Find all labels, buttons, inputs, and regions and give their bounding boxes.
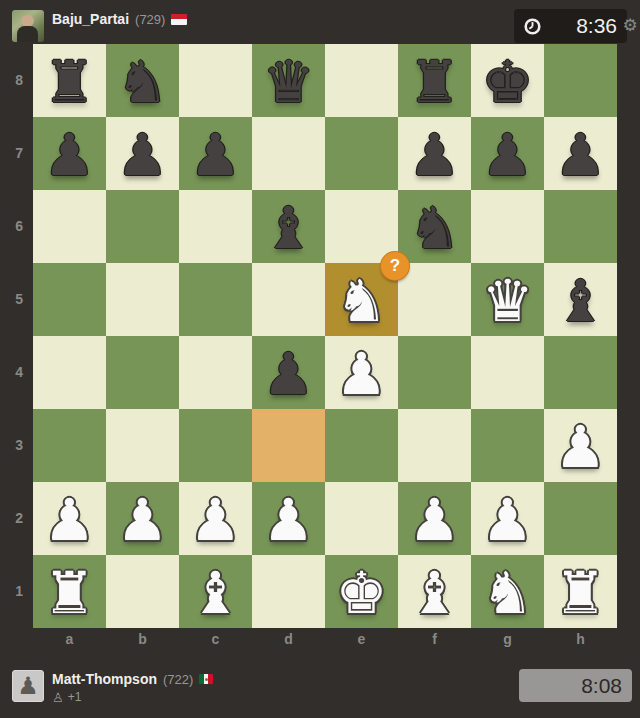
square-c3[interactable] — [179, 409, 252, 482]
indonesia-flag-icon — [171, 14, 187, 25]
piece-black-pawn[interactable]: ♟ — [398, 117, 471, 190]
rank-label-8: 8 — [0, 44, 28, 117]
top-player-bar: Baju_Partai (729) — [12, 10, 187, 42]
square-d1[interactable] — [252, 555, 325, 628]
square-a7[interactable]: ♟ — [33, 117, 106, 190]
square-f1[interactable]: ♝ — [398, 555, 471, 628]
top-player-clock: 8:36 — [514, 9, 627, 43]
square-f7[interactable]: ♟ — [398, 117, 471, 190]
piece-black-bishop[interactable]: ♝ — [252, 190, 325, 263]
file-label-c: c — [179, 629, 252, 649]
square-c5[interactable] — [179, 263, 252, 336]
square-c6[interactable] — [179, 190, 252, 263]
square-h4[interactable] — [544, 336, 617, 409]
rank-label-1: 1 — [0, 555, 28, 628]
square-a8[interactable]: ♜ — [33, 44, 106, 117]
square-g2[interactable]: ♟ — [471, 482, 544, 555]
rank-labels: 87654321 — [0, 44, 28, 628]
square-f8[interactable]: ♜ — [398, 44, 471, 117]
square-a5[interactable] — [33, 263, 106, 336]
square-d3[interactable] — [252, 409, 325, 482]
piece-white-pawn[interactable]: ♟ — [252, 482, 325, 555]
piece-white-bishop[interactable]: ♝ — [398, 555, 471, 628]
file-label-e: e — [325, 629, 398, 649]
top-clock-time: 8:36 — [541, 14, 627, 38]
piece-white-queen[interactable]: ♛ — [471, 263, 544, 336]
square-e6[interactable] — [325, 190, 398, 263]
square-b4[interactable] — [106, 336, 179, 409]
piece-black-pawn[interactable]: ♟ — [544, 117, 617, 190]
material-advantage: +1 — [68, 690, 82, 704]
file-label-a: a — [33, 629, 106, 649]
square-c7[interactable]: ♟ — [179, 117, 252, 190]
piece-white-pawn[interactable]: ♟ — [33, 482, 106, 555]
square-h1[interactable]: ♜ — [544, 555, 617, 628]
square-e3[interactable] — [325, 409, 398, 482]
avatar-photo-torso — [17, 26, 38, 42]
piece-white-pawn[interactable]: ♟ — [106, 482, 179, 555]
square-b6[interactable] — [106, 190, 179, 263]
rank-label-2: 2 — [0, 482, 28, 555]
square-h6[interactable] — [544, 190, 617, 263]
square-e7[interactable] — [325, 117, 398, 190]
piece-black-bishop[interactable]: ♝ — [544, 263, 617, 336]
square-h2[interactable] — [544, 482, 617, 555]
square-g5[interactable]: ♛ — [471, 263, 544, 336]
square-a3[interactable] — [33, 409, 106, 482]
square-e2[interactable] — [325, 482, 398, 555]
square-g1[interactable]: ♞ — [471, 555, 544, 628]
clock-icon — [524, 18, 541, 35]
square-a6[interactable] — [33, 190, 106, 263]
piece-white-rook[interactable]: ♜ — [544, 555, 617, 628]
piece-black-pawn[interactable]: ♟ — [471, 117, 544, 190]
square-g3[interactable] — [471, 409, 544, 482]
file-label-h: h — [544, 629, 617, 649]
piece-black-pawn[interactable]: ♟ — [179, 117, 252, 190]
square-g8[interactable]: ♚ — [471, 44, 544, 117]
square-d4[interactable]: ♟ — [252, 336, 325, 409]
square-e1[interactable]: ♚ — [325, 555, 398, 628]
file-label-b: b — [106, 629, 179, 649]
square-d2[interactable]: ♟ — [252, 482, 325, 555]
piece-white-king[interactable]: ♚ — [325, 555, 398, 628]
piece-white-pawn[interactable]: ♟ — [471, 482, 544, 555]
square-g4[interactable] — [471, 336, 544, 409]
rank-label-6: 6 — [0, 190, 28, 263]
square-d8[interactable]: ♛ — [252, 44, 325, 117]
bottom-player-clock: 8:08 — [519, 669, 632, 702]
mexico-flag-icon — [199, 674, 213, 684]
square-c4[interactable] — [179, 336, 252, 409]
file-label-g: g — [471, 629, 544, 649]
piece-black-queen[interactable]: ♛ — [252, 44, 325, 117]
square-b7[interactable]: ♟ — [106, 117, 179, 190]
piece-white-knight[interactable]: ♞ — [471, 555, 544, 628]
bottom-clock-time: 8:08 — [519, 674, 632, 698]
square-c2[interactable]: ♟ — [179, 482, 252, 555]
top-player-avatar[interactable] — [12, 10, 44, 42]
square-f4[interactable] — [398, 336, 471, 409]
square-d7[interactable] — [252, 117, 325, 190]
square-e8[interactable] — [325, 44, 398, 117]
bottom-player-name[interactable]: Matt-Thompson — [52, 671, 157, 687]
piece-white-pawn[interactable]: ♟ — [325, 336, 398, 409]
mistake-badge: ? — [381, 252, 409, 280]
piece-white-pawn[interactable]: ♟ — [179, 482, 252, 555]
piece-black-rook[interactable]: ♜ — [33, 44, 106, 117]
square-b8[interactable]: ♞ — [106, 44, 179, 117]
piece-black-knight[interactable]: ♞ — [398, 190, 471, 263]
piece-white-pawn[interactable]: ♟ — [398, 482, 471, 555]
piece-white-pawn[interactable]: ♟ — [544, 409, 617, 482]
square-b2[interactable]: ♟ — [106, 482, 179, 555]
square-b5[interactable] — [106, 263, 179, 336]
file-label-f: f — [398, 629, 471, 649]
file-labels: abcdefgh — [33, 629, 617, 649]
square-f2[interactable]: ♟ — [398, 482, 471, 555]
square-g6[interactable] — [471, 190, 544, 263]
bottom-player-rating: (722) — [163, 672, 193, 687]
bottom-player-bar: ♟ Matt-Thompson (722) ♙ +1 — [12, 670, 213, 704]
piece-black-pawn[interactable]: ♟ — [106, 117, 179, 190]
square-h5[interactable]: ♝ — [544, 263, 617, 336]
top-player-name[interactable]: Baju_Partai — [52, 11, 129, 27]
piece-white-rook[interactable]: ♜ — [33, 555, 106, 628]
rank-label-5: 5 — [0, 263, 28, 336]
square-a2[interactable]: ♟ — [33, 482, 106, 555]
piece-black-rook[interactable]: ♜ — [398, 44, 471, 117]
piece-black-pawn[interactable]: ♟ — [33, 117, 106, 190]
square-b3[interactable] — [106, 409, 179, 482]
rank-label-7: 7 — [0, 117, 28, 190]
captured-pieces-tray: ♙ +1 — [52, 690, 213, 704]
square-d5[interactable] — [252, 263, 325, 336]
piece-black-pawn[interactable]: ♟ — [252, 336, 325, 409]
chess-game-window: Baju_Partai (729) 8:36 ⚙ ♜♞♛♜♚♟♟♟♟♟♟♝♞♞♛… — [0, 0, 640, 718]
square-f6[interactable]: ♞ — [398, 190, 471, 263]
piece-black-knight[interactable]: ♞ — [106, 44, 179, 117]
piece-white-bishop[interactable]: ♝ — [179, 555, 252, 628]
square-f3[interactable] — [398, 409, 471, 482]
square-a1[interactable]: ♜ — [33, 555, 106, 628]
square-c1[interactable]: ♝ — [179, 555, 252, 628]
chess-board[interactable]: ♜♞♛♜♚♟♟♟♟♟♟♝♞♞♛♝♟♟♟♟♟♟♟♟♟♜♝♚♝♞♜ — [33, 44, 617, 628]
rank-label-4: 4 — [0, 336, 28, 409]
square-g7[interactable]: ♟ — [471, 117, 544, 190]
piece-black-king[interactable]: ♚ — [471, 44, 544, 117]
top-player-rating: (729) — [135, 12, 165, 27]
captured-pawn-icon: ♙ — [52, 691, 64, 704]
square-b1[interactable] — [106, 555, 179, 628]
square-f5[interactable] — [398, 263, 471, 336]
file-label-d: d — [252, 629, 325, 649]
square-h7[interactable]: ♟ — [544, 117, 617, 190]
square-c8[interactable] — [179, 44, 252, 117]
settings-gear-icon[interactable]: ⚙ — [621, 17, 639, 35]
square-d6[interactable]: ♝ — [252, 190, 325, 263]
square-h8[interactable] — [544, 44, 617, 117]
bottom-player-avatar[interactable]: ♟ — [12, 670, 44, 702]
square-e4[interactable]: ♟ — [325, 336, 398, 409]
square-h3[interactable]: ♟ — [544, 409, 617, 482]
rank-label-3: 3 — [0, 409, 28, 482]
square-a4[interactable] — [33, 336, 106, 409]
